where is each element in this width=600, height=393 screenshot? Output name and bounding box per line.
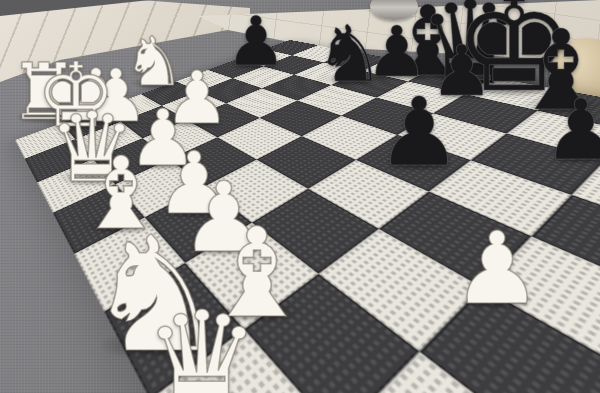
black-knight-b8: ♞ [315, 15, 385, 93]
white-pawn-e3: ♟ [452, 219, 542, 319]
giant-chess-photo: ♜♟♚♟♞♟♛♟♝♟♟♝♞♛♟♟♞♟♝♟♛♚♝♟♟ [0, 0, 600, 393]
black-pawn-d5: ♟ [376, 85, 461, 180]
black-pawn-f6: ♟ [543, 88, 600, 172]
black-pawn-captured: ♟ [226, 8, 287, 76]
pieces-layer: ♜♟♚♟♞♟♛♟♝♟♟♝♞♛♟♟♞♟♝♟♛♚♝♟♟ [0, 0, 600, 393]
white-queen-c1: ♛ [144, 294, 261, 393]
